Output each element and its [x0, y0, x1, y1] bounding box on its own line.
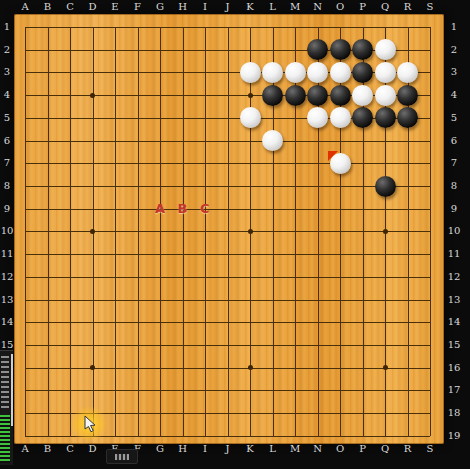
coord-label-left: 4: [0, 89, 15, 101]
coord-label-bottom: K: [242, 443, 258, 455]
coord-label-bottom: Q: [377, 443, 393, 455]
go-app-screen: AABBCCDDEEFFGGHHIIJJKKLLMMNNOOPPQQRRSS11…: [0, 0, 470, 469]
background-window-edge[interactable]: [0, 350, 13, 465]
coord-label-bottom: C: [62, 443, 78, 455]
coord-label-bottom: M: [287, 443, 303, 455]
coord-label-left: 5: [0, 112, 15, 124]
coord-label-right: 9: [446, 203, 462, 215]
coord-label-bottom: A: [17, 443, 33, 455]
coord-label-right: 16: [446, 362, 462, 374]
coord-label-right: 4: [446, 89, 462, 101]
go-board[interactable]: [14, 14, 444, 444]
coord-label-bottom: P: [355, 443, 371, 455]
window-text-lines: [1, 356, 9, 410]
coord-label-bottom: D: [85, 443, 101, 455]
coord-label-right: 13: [446, 294, 462, 306]
coord-label-bottom: I: [197, 443, 213, 455]
coord-label-top: F: [130, 1, 146, 13]
coord-label-bottom: N: [310, 443, 326, 455]
coord-label-right: 19: [446, 430, 462, 442]
coord-label-bottom: R: [400, 443, 416, 455]
coord-label-right: 17: [446, 384, 462, 396]
coord-label-left: 10: [0, 225, 15, 237]
coord-label-bottom: B: [40, 443, 56, 455]
coord-label-top: C: [62, 1, 78, 13]
coord-label-left: 3: [0, 66, 15, 78]
coord-label-top: N: [310, 1, 326, 13]
coord-label-right: 18: [446, 407, 462, 419]
coord-label-right: 14: [446, 316, 462, 328]
coord-label-right: 8: [446, 180, 462, 192]
coord-label-bottom: G: [152, 443, 168, 455]
coord-label-top: G: [152, 1, 168, 13]
coord-label-left: 8: [0, 180, 15, 192]
coord-label-right: 2: [446, 44, 462, 56]
terminal-green-text-lines: [0, 415, 10, 463]
coord-label-top: O: [332, 1, 348, 13]
coord-label-left: 6: [0, 135, 15, 147]
coord-label-bottom: O: [332, 443, 348, 455]
coord-label-top: I: [197, 1, 213, 13]
coord-label-right: 6: [446, 135, 462, 147]
coord-label-right: 3: [446, 66, 462, 78]
coord-label-right: 12: [446, 271, 462, 283]
coord-label-left: 11: [0, 248, 15, 260]
coord-label-top: E: [107, 1, 123, 13]
coord-label-top: J: [220, 1, 236, 13]
coord-label-left: 7: [0, 157, 15, 169]
coord-label-top: K: [242, 1, 258, 13]
tooltip-text: [115, 454, 129, 460]
coord-label-top: P: [355, 1, 371, 13]
coord-label-left: 14: [0, 316, 15, 328]
coord-label-top: A: [17, 1, 33, 13]
coord-label-top: M: [287, 1, 303, 13]
coord-label-right: 10: [446, 225, 462, 237]
coord-label-bottom: S: [422, 443, 438, 455]
coord-label-right: 15: [446, 339, 462, 351]
coord-label-right: 5: [446, 112, 462, 124]
coord-label-bottom: L: [265, 443, 281, 455]
coord-label-top: S: [422, 1, 438, 13]
coord-label-left: 13: [0, 294, 15, 306]
coord-label-top: L: [265, 1, 281, 13]
coord-label-top: H: [175, 1, 191, 13]
coord-label-bottom: H: [175, 443, 191, 455]
coord-label-left: 9: [0, 203, 15, 215]
coord-label-left: 12: [0, 271, 15, 283]
coord-label-left: 1: [0, 21, 15, 33]
coord-label-right: 7: [446, 157, 462, 169]
coord-label-left: 2: [0, 44, 15, 56]
coord-label-top: B: [40, 1, 56, 13]
window-scrollbar[interactable]: [11, 354, 13, 426]
coord-label-top: D: [85, 1, 101, 13]
mouse-cursor-icon: [84, 415, 96, 433]
coord-label-top: R: [400, 1, 416, 13]
tooltip-badge: [106, 449, 138, 464]
coord-label-bottom: J: [220, 443, 236, 455]
coord-label-top: Q: [377, 1, 393, 13]
coord-label-right: 11: [446, 248, 462, 260]
coord-label-right: 1: [446, 21, 462, 33]
